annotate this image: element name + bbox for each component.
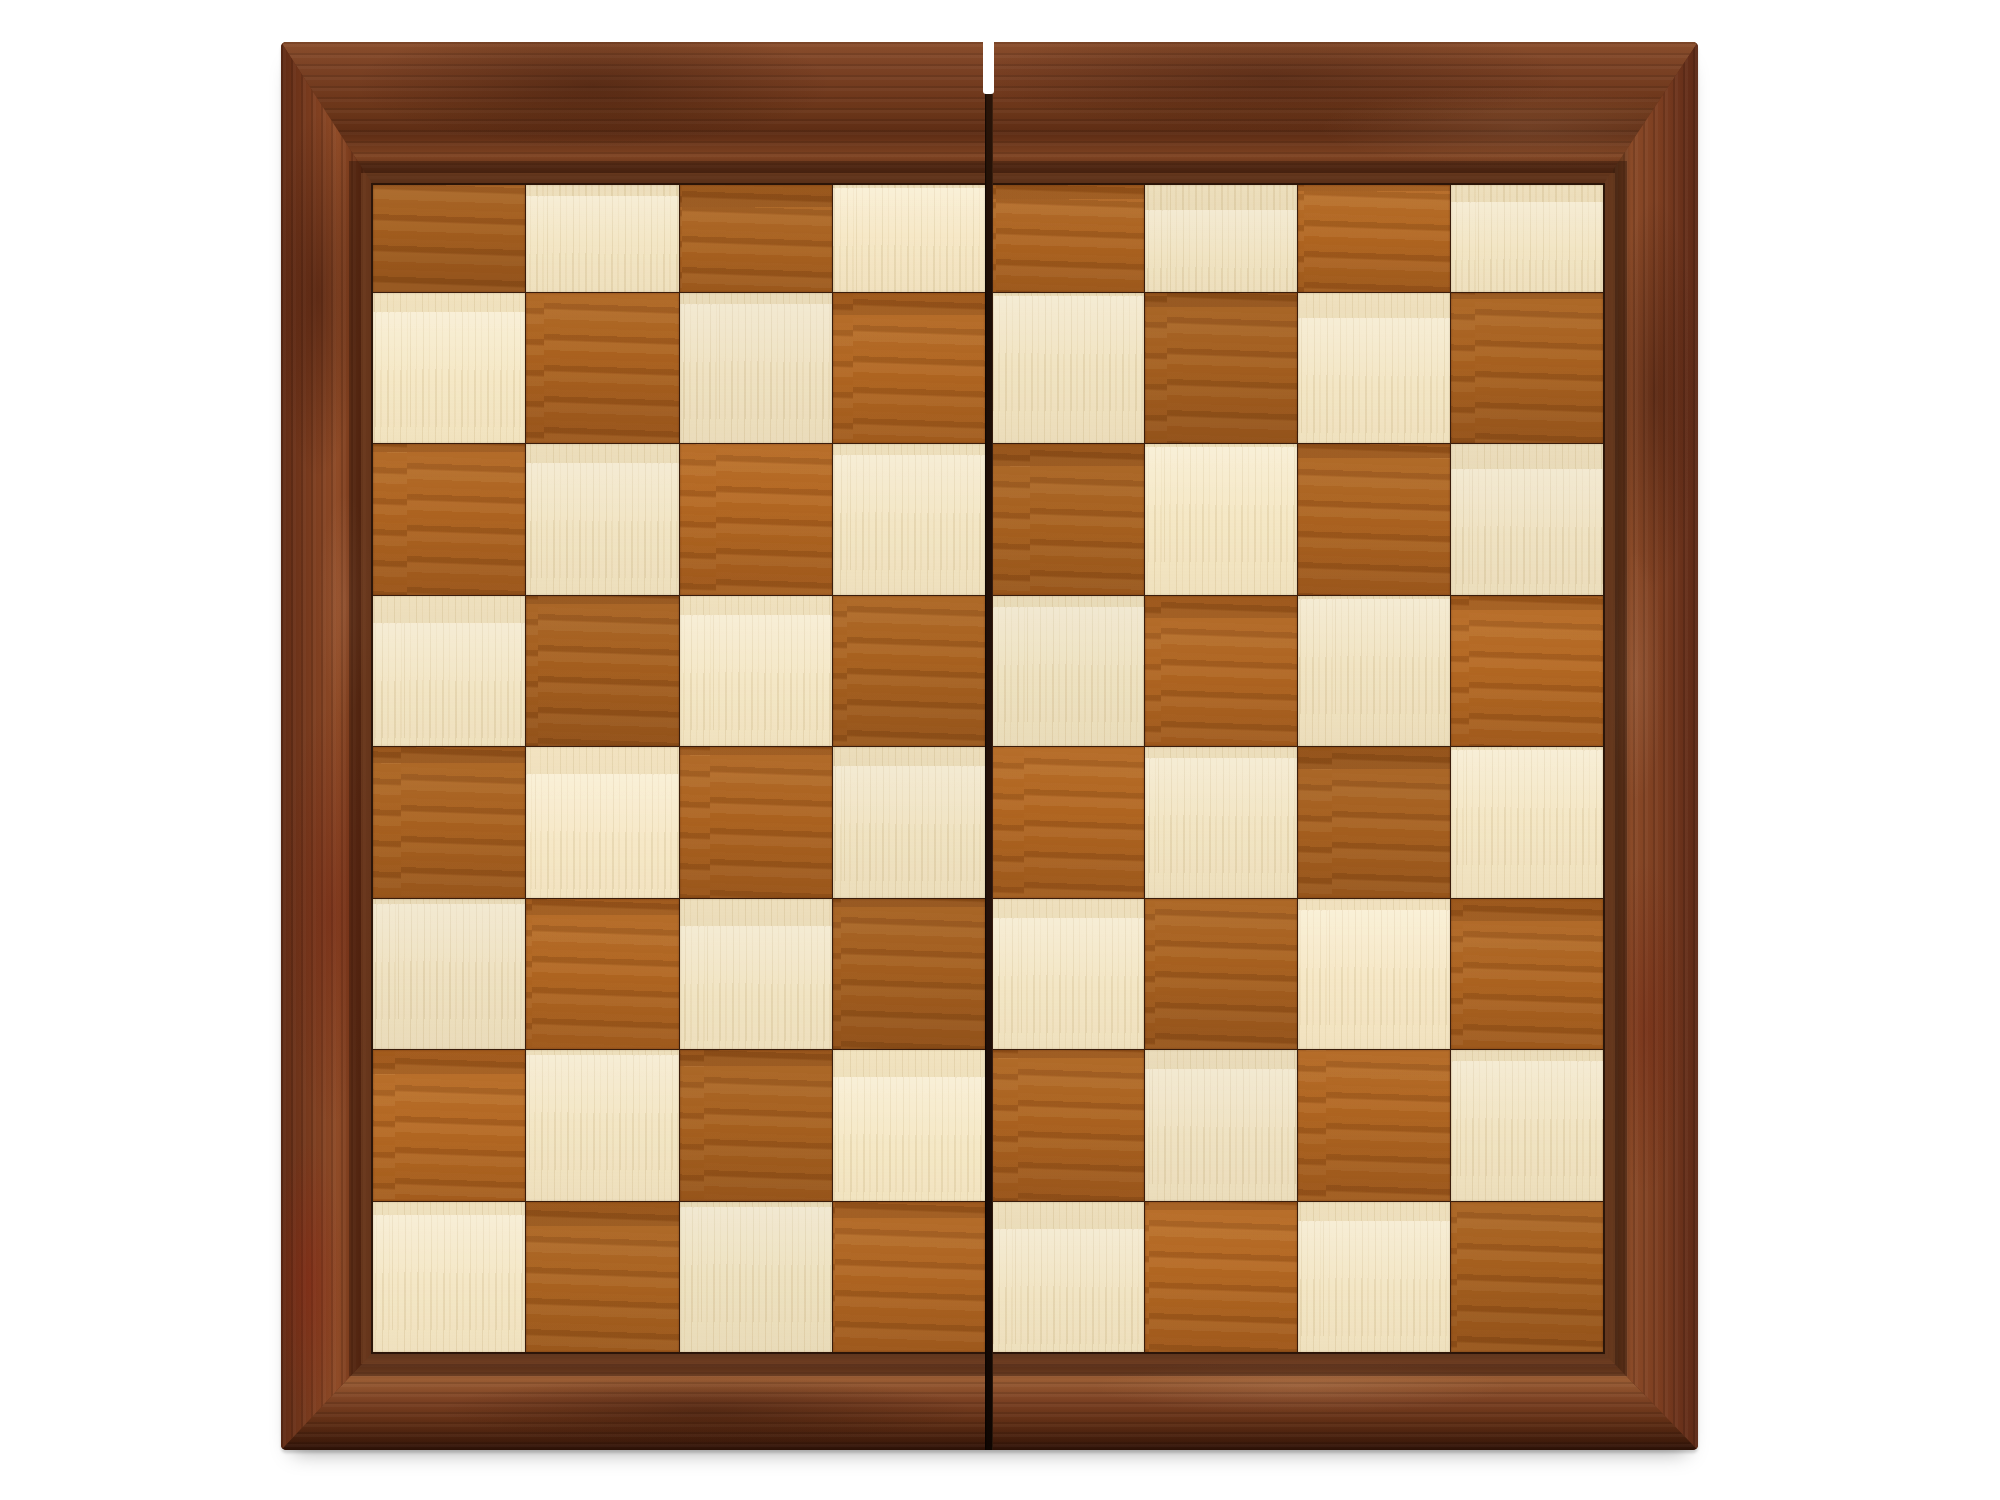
square-r1c5 bbox=[992, 185, 1144, 292]
board-half-left bbox=[373, 185, 985, 1352]
square-r2c8 bbox=[1451, 293, 1603, 443]
square-r2c1 bbox=[373, 293, 525, 443]
square-r8c1 bbox=[373, 1202, 525, 1352]
fold-seam bbox=[985, 42, 993, 1450]
square-r1c1 bbox=[373, 185, 525, 292]
square-r3c6 bbox=[1145, 444, 1297, 594]
square-r1c3 bbox=[680, 185, 832, 292]
square-r5c6 bbox=[1145, 747, 1297, 897]
square-r7c4 bbox=[833, 1050, 985, 1200]
square-r7c5 bbox=[992, 1050, 1144, 1200]
square-r4c5 bbox=[992, 596, 1144, 746]
square-r1c2 bbox=[526, 185, 678, 292]
frame-left-rail bbox=[281, 42, 373, 1450]
square-r6c3 bbox=[680, 899, 832, 1049]
square-r1c4 bbox=[833, 185, 985, 292]
square-r4c4 bbox=[833, 596, 985, 746]
square-r2c6 bbox=[1145, 293, 1297, 443]
square-r7c8 bbox=[1451, 1050, 1603, 1200]
square-r4c3 bbox=[680, 596, 832, 746]
square-r8c4 bbox=[833, 1202, 985, 1352]
square-r4c8 bbox=[1451, 596, 1603, 746]
square-r8c3 bbox=[680, 1202, 832, 1352]
square-r8c2 bbox=[526, 1202, 678, 1352]
square-r4c6 bbox=[1145, 596, 1297, 746]
square-r6c2 bbox=[526, 899, 678, 1049]
square-r1c6 bbox=[1145, 185, 1297, 292]
square-r3c8 bbox=[1451, 444, 1603, 594]
square-r8c5 bbox=[992, 1202, 1144, 1352]
square-r6c5 bbox=[992, 899, 1144, 1049]
square-r1c7 bbox=[1298, 185, 1450, 292]
square-r5c1 bbox=[373, 747, 525, 897]
square-r6c1 bbox=[373, 899, 525, 1049]
square-r5c8 bbox=[1451, 747, 1603, 897]
square-r5c5 bbox=[992, 747, 1144, 897]
frame-right-rail bbox=[1603, 42, 1698, 1450]
square-r8c7 bbox=[1298, 1202, 1450, 1352]
product-photo bbox=[0, 0, 2000, 1500]
square-r3c2 bbox=[526, 444, 678, 594]
square-r5c2 bbox=[526, 747, 678, 897]
square-r6c4 bbox=[833, 899, 985, 1049]
square-r7c2 bbox=[526, 1050, 678, 1200]
square-r5c7 bbox=[1298, 747, 1450, 897]
square-r2c3 bbox=[680, 293, 832, 443]
square-r6c6 bbox=[1145, 899, 1297, 1049]
square-r7c6 bbox=[1145, 1050, 1297, 1200]
square-r6c8 bbox=[1451, 899, 1603, 1049]
square-r8c6 bbox=[1145, 1202, 1297, 1352]
fold-gap-top bbox=[983, 42, 994, 94]
folding-chessboard bbox=[281, 42, 1698, 1450]
square-r6c7 bbox=[1298, 899, 1450, 1049]
square-r3c4 bbox=[833, 444, 985, 594]
square-r3c7 bbox=[1298, 444, 1450, 594]
square-r1c8 bbox=[1451, 185, 1603, 292]
square-r3c1 bbox=[373, 444, 525, 594]
square-r3c3 bbox=[680, 444, 832, 594]
square-r4c1 bbox=[373, 596, 525, 746]
square-r2c2 bbox=[526, 293, 678, 443]
square-r2c7 bbox=[1298, 293, 1450, 443]
square-r5c3 bbox=[680, 747, 832, 897]
square-r4c7 bbox=[1298, 596, 1450, 746]
square-r8c8 bbox=[1451, 1202, 1603, 1352]
square-r5c4 bbox=[833, 747, 985, 897]
square-r2c5 bbox=[992, 293, 1144, 443]
square-r2c4 bbox=[833, 293, 985, 443]
square-r3c5 bbox=[992, 444, 1144, 594]
square-r4c2 bbox=[526, 596, 678, 746]
square-r7c7 bbox=[1298, 1050, 1450, 1200]
square-r7c3 bbox=[680, 1050, 832, 1200]
square-r7c1 bbox=[373, 1050, 525, 1200]
board-half-right bbox=[992, 185, 1603, 1352]
